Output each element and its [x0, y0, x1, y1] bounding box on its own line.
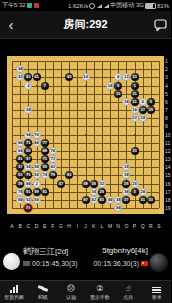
row-label-7: 7 — [165, 107, 171, 113]
stone-B85: 85 — [24, 204, 32, 212]
stone-B15: 15 — [114, 90, 122, 98]
count-points-hand-icon: ☝ — [126, 284, 131, 293]
stone-W58: 58 — [33, 171, 41, 179]
board-area: 1234567891011121314151617181920212223242… — [0, 55, 171, 235]
stone-W56: 56 — [24, 131, 32, 139]
show-move-numbers-icon: ② — [96, 284, 103, 293]
row-label-2: 2 — [165, 66, 171, 72]
notification-app-icon2 — [34, 3, 39, 8]
stone-W70: 70 — [49, 147, 57, 155]
row-label-6: 6 — [165, 99, 171, 105]
offer-draw-button[interactable]: 和棋 — [29, 281, 58, 303]
stone-W12: 12 — [122, 73, 130, 81]
stone-B19: 19 — [147, 106, 155, 114]
chat-bubble-icon — [154, 19, 167, 31]
stone-W6: 6 — [114, 73, 122, 81]
score-estimate-button[interactable]: 形势判断 — [0, 281, 29, 303]
stone-W42: 42 — [16, 73, 24, 81]
row-label-13: 13 — [165, 156, 171, 162]
stone-W22: 22 — [131, 114, 139, 122]
stone-W44: 44 — [24, 106, 32, 114]
alarm-icon — [89, 3, 95, 9]
stone-B23: 23 — [131, 147, 139, 155]
stone-B9: 9 — [114, 82, 122, 90]
stone-W78: 78 — [16, 188, 24, 196]
status-time: 下午5:32 — [2, 1, 26, 10]
stone-W68: 68 — [33, 139, 41, 147]
players-bar: 鹤翔三江[2d] 00:15:45,30(3) 5tgbnhy6[4k] 00:… — [0, 243, 171, 281]
col-label-E: E — [41, 223, 49, 229]
stone-W24: 24 — [122, 163, 130, 171]
stone-W8: 8 — [139, 98, 147, 106]
stone-W2: 2 — [33, 180, 41, 188]
col-label-M: M — [106, 223, 114, 229]
stone-W40: 40 — [106, 196, 114, 204]
wifi-icon — [97, 4, 102, 8]
menu-icon — [152, 284, 161, 293]
signal-icon — [104, 4, 109, 8]
stone-W18: 18 — [139, 114, 147, 122]
col-label-K: K — [90, 223, 98, 229]
stone-B13: 13 — [131, 73, 139, 81]
stone-B43: 43 — [24, 73, 32, 81]
black-player-clock: 00:15:36,30(3) — [93, 260, 148, 267]
stone-W36: 36 — [122, 188, 130, 196]
white-player-clock: 00:15:45,30(3) — [23, 260, 78, 267]
stone-W28: 28 — [131, 180, 139, 188]
stone-W38: 38 — [114, 196, 122, 204]
stone-W74: 74 — [41, 171, 49, 179]
white-player-avatar[interactable] — [3, 253, 20, 270]
stone-B3: 3 — [131, 188, 139, 196]
stone-W16: 16 — [131, 106, 139, 114]
stone-W64: 64 — [16, 147, 24, 155]
stone-W72: 72 — [49, 155, 57, 163]
stone-B35: 35 — [90, 180, 98, 188]
stone-B17: 17 — [139, 106, 147, 114]
black-player-flag-icon — [141, 261, 148, 266]
stone-W52: 52 — [24, 196, 32, 204]
col-label-F: F — [49, 223, 57, 229]
col-label-J: J — [82, 223, 90, 229]
offer-draw-icon — [38, 284, 48, 293]
status-carrier: 中国移动 3G — [110, 1, 144, 10]
col-label-S: S — [155, 223, 163, 229]
resign-button[interactable]: ☹ 认输 — [57, 281, 86, 303]
col-label-D: D — [33, 223, 41, 229]
col-label-P: P — [131, 223, 139, 229]
row-label-12: 12 — [165, 148, 171, 154]
notification-app-icon — [27, 3, 32, 8]
room-title: 房间:292 — [22, 17, 149, 32]
row-label-16: 16 — [165, 181, 171, 187]
stone-W10: 10 — [106, 82, 114, 90]
status-battery-percent: 81% — [157, 3, 169, 9]
stone-B1: 1 — [131, 82, 139, 90]
stone-B37: 37 — [16, 163, 24, 171]
stone-B53: 53 — [16, 171, 24, 179]
row-label-9: 9 — [165, 123, 171, 129]
col-label-N: N — [114, 223, 122, 229]
count-points-button[interactable]: ☝ 点目 — [114, 281, 143, 303]
stone-B83: 83 — [98, 196, 106, 204]
stone-W32: 32 — [98, 180, 106, 188]
stone-W34: 34 — [90, 188, 98, 196]
stone-B7: 7 — [41, 82, 49, 90]
row-label-19: 19 — [165, 205, 171, 211]
row-label-10: 10 — [165, 132, 171, 138]
col-label-L: L — [98, 223, 106, 229]
nav-bar: ‹ 房间:292 — [0, 11, 171, 39]
stone-B77: 77 — [41, 139, 49, 147]
stone-B55: 55 — [41, 163, 49, 171]
stone-W46: 46 — [16, 65, 24, 73]
stone-B59: 59 — [33, 188, 41, 196]
stone-W4: 4 — [24, 82, 32, 90]
stone-W50: 50 — [33, 196, 41, 204]
stone-B29: 29 — [122, 180, 130, 188]
stone-W62: 62 — [49, 163, 57, 171]
black-player-name: 5tgbnhy6[4k] — [102, 246, 148, 255]
stone-B71: 71 — [24, 139, 32, 147]
chat-button[interactable] — [149, 19, 171, 31]
row-label-14: 14 — [165, 164, 171, 170]
stone-W26: 26 — [139, 188, 147, 196]
stone-W20: 20 — [122, 98, 130, 106]
score-estimate-chart-icon — [10, 284, 18, 293]
stone-B41: 41 — [33, 73, 41, 81]
app-screen: 下午5:32 1.62K/s 中国移动 3G 81% ‹ 房间:292 1234… — [0, 0, 171, 303]
stone-B27: 27 — [122, 196, 130, 204]
show-move-numbers-button[interactable]: ② 显示手数 — [86, 281, 115, 303]
stone-B11: 11 — [131, 98, 139, 106]
row-label-18: 18 — [165, 197, 171, 203]
status-net-speed: 1.62K/s — [68, 3, 88, 9]
col-label-Q: Q — [139, 223, 147, 229]
stone-B31: 31 — [139, 196, 147, 204]
row-label-11: 11 — [165, 140, 171, 146]
stone-W82: 82 — [90, 196, 98, 204]
stone-B25: 25 — [98, 188, 106, 196]
row-label-8: 8 — [165, 115, 171, 121]
stone-B73: 73 — [41, 155, 49, 163]
stone-W60: 60 — [24, 180, 32, 188]
stone-B49: 49 — [82, 180, 90, 188]
go-board[interactable]: 1234567891011121314151617181920212223242… — [7, 56, 164, 214]
black-player-avatar[interactable] — [149, 253, 168, 272]
stone-W80: 80 — [16, 196, 24, 204]
col-label-C: C — [24, 223, 32, 229]
col-label-G: G — [57, 223, 65, 229]
col-label-R: R — [147, 223, 155, 229]
row-label-15: 15 — [165, 172, 171, 178]
row-label-4: 4 — [165, 83, 171, 89]
col-label-H: H — [65, 223, 73, 229]
stone-W48: 48 — [33, 163, 41, 171]
stone-W54: 54 — [24, 163, 32, 171]
stone-B67: 67 — [82, 196, 90, 204]
stone-B47: 47 — [57, 180, 65, 188]
stone-W14: 14 — [82, 73, 90, 81]
stone-B33: 33 — [147, 196, 155, 204]
white-player-flag-icon — [23, 261, 30, 266]
col-label-O: O — [122, 223, 130, 229]
stone-B39: 39 — [16, 180, 24, 188]
row-label-1: 1 — [165, 58, 171, 64]
stone-B65: 65 — [24, 147, 32, 155]
stone-W66: 66 — [16, 139, 24, 147]
stone-W30: 30 — [122, 171, 130, 179]
row-label-17: 17 — [165, 189, 171, 195]
row-label-5: 5 — [165, 91, 171, 97]
status-bar: 下午5:32 1.62K/s 中国移动 3G 81% — [0, 0, 171, 11]
stone-W84: 84 — [114, 204, 122, 212]
col-label-A: A — [8, 223, 16, 229]
stone-B63: 63 — [65, 171, 73, 179]
back-button[interactable]: ‹ — [0, 13, 22, 37]
bottom-toolbar: 形势判断 和棋 ☹ 认输 ② 显示手数 ☝ 点目 菜单 — [0, 280, 171, 303]
stone-B5: 5 — [147, 98, 155, 106]
stone-B81: 81 — [41, 188, 49, 196]
stone-B79: 79 — [49, 171, 57, 179]
row-label-3: 3 — [165, 74, 171, 80]
stone-B45: 45 — [65, 73, 73, 81]
white-player-name: 鹤翔三江[2d] — [23, 246, 68, 257]
stone-B51: 51 — [24, 188, 32, 196]
stone-B61: 61 — [16, 155, 24, 163]
stone-B21: 21 — [131, 90, 139, 98]
battery-icon — [145, 3, 156, 9]
stone-B57: 57 — [24, 155, 32, 163]
menu-button[interactable]: 菜单 — [143, 281, 172, 303]
resign-sad-face-icon: ☹ — [67, 284, 75, 293]
col-label-I: I — [73, 223, 81, 229]
col-label-B: B — [16, 223, 24, 229]
stone-B75: 75 — [24, 171, 32, 179]
stone-W76: 76 — [33, 131, 41, 139]
stone-B69: 69 — [41, 147, 49, 155]
